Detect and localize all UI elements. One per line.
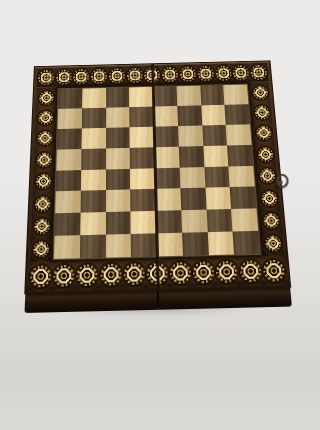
board-square-g2[interactable] xyxy=(206,209,233,232)
board-square-e3[interactable] xyxy=(155,189,181,211)
board-square-c1[interactable] xyxy=(105,234,131,258)
rosette-motif xyxy=(37,131,52,145)
rosette-motif xyxy=(33,241,49,257)
board-square-f2[interactable] xyxy=(181,210,207,233)
rosette-motif xyxy=(38,70,55,85)
board-square-f4[interactable] xyxy=(179,167,205,189)
board-face xyxy=(24,60,291,294)
board-square-f1[interactable] xyxy=(182,232,209,256)
board-square-g8[interactable] xyxy=(200,85,225,105)
board-square-b5[interactable] xyxy=(81,148,106,170)
board-square-d3[interactable] xyxy=(130,189,155,211)
board-square-a8[interactable] xyxy=(58,89,82,109)
board-square-h2[interactable] xyxy=(231,209,258,232)
board-square-e1[interactable] xyxy=(156,233,182,257)
board-square-g3[interactable] xyxy=(205,187,231,209)
board-square-a7[interactable] xyxy=(57,108,81,129)
rosette-motif xyxy=(34,196,50,211)
board-square-e7[interactable] xyxy=(153,106,178,127)
rosette-motif xyxy=(77,264,98,286)
rosette-motif xyxy=(30,265,52,287)
board-square-g6[interactable] xyxy=(202,125,227,146)
board-square-h7[interactable] xyxy=(225,104,250,125)
board-square-b2[interactable] xyxy=(80,212,106,235)
rosette-motif xyxy=(239,260,262,282)
board-square-d7[interactable] xyxy=(129,106,153,127)
board-square-a3[interactable] xyxy=(55,191,80,214)
rosette-motif xyxy=(170,261,192,283)
rosette-motif xyxy=(256,126,272,140)
board-square-e4[interactable] xyxy=(155,167,180,189)
board-square-b1[interactable] xyxy=(80,235,106,259)
board-square-b7[interactable] xyxy=(82,108,106,129)
board-square-h3[interactable] xyxy=(230,187,257,209)
board-square-c3[interactable] xyxy=(105,190,130,213)
rosette-motif xyxy=(73,69,89,84)
rosette-motif xyxy=(100,263,121,285)
board-square-g1[interactable] xyxy=(207,232,234,256)
board-square-g4[interactable] xyxy=(204,166,230,188)
board-square-d6[interactable] xyxy=(130,126,155,147)
board-square-c8[interactable] xyxy=(106,87,130,107)
rosette-motif xyxy=(252,86,267,100)
rosette-motif xyxy=(215,66,232,81)
board-square-b3[interactable] xyxy=(80,190,105,213)
rosette-motif xyxy=(36,152,51,167)
board-square-d1[interactable] xyxy=(131,233,157,257)
rosette-motif xyxy=(180,67,197,82)
board-square-g5[interactable] xyxy=(203,145,229,166)
board-square-b4[interactable] xyxy=(81,169,106,191)
board-square-c2[interactable] xyxy=(105,212,130,235)
rosette-motif xyxy=(259,168,275,183)
chess-board-box xyxy=(23,60,293,313)
rosette-motif xyxy=(216,260,238,282)
board-square-e2[interactable] xyxy=(156,210,182,233)
rosette-motif xyxy=(38,111,53,125)
rosette-motif xyxy=(33,218,49,234)
board-square-d4[interactable] xyxy=(130,168,155,190)
board-square-h5[interactable] xyxy=(227,145,253,166)
board-square-d8[interactable] xyxy=(129,87,153,107)
board-square-a6[interactable] xyxy=(57,128,82,149)
board-square-c7[interactable] xyxy=(106,107,130,128)
board-square-c4[interactable] xyxy=(105,168,130,190)
rosette-motif xyxy=(254,106,270,120)
rosette-motif xyxy=(127,68,143,83)
board-square-c5[interactable] xyxy=(106,147,131,169)
board-square-h1[interactable] xyxy=(233,231,260,255)
rosette-motif xyxy=(193,261,215,283)
latch-stem xyxy=(278,181,282,184)
rosette-motif xyxy=(262,213,279,229)
board-square-f6[interactable] xyxy=(178,125,203,146)
board-square-f7[interactable] xyxy=(177,105,202,126)
board-square-h6[interactable] xyxy=(226,124,252,145)
rosette-motif xyxy=(56,70,72,85)
rosette-motif xyxy=(39,91,54,105)
board-square-e6[interactable] xyxy=(154,126,179,147)
rosette-motif xyxy=(233,65,250,80)
rosette-motif xyxy=(53,264,74,286)
fold-seam-side xyxy=(157,291,159,305)
board-square-e8[interactable] xyxy=(153,86,177,106)
rosette-motif xyxy=(162,67,179,82)
rosette-motif xyxy=(261,190,277,205)
rosette-motif xyxy=(109,68,125,83)
board-square-f8[interactable] xyxy=(176,86,201,106)
board-square-a4[interactable] xyxy=(56,170,81,192)
rosette-motif xyxy=(262,259,285,281)
board-square-a1[interactable] xyxy=(54,235,80,259)
board-square-g7[interactable] xyxy=(201,105,226,126)
rosette-motif xyxy=(91,69,107,84)
board-square-d5[interactable] xyxy=(130,147,155,169)
rosette-motif xyxy=(197,66,214,81)
rosette-motif xyxy=(257,147,273,162)
rosette-motif xyxy=(264,236,281,252)
rosette-motif xyxy=(123,263,144,285)
rosette-motif xyxy=(35,174,51,189)
board-square-h8[interactable] xyxy=(223,85,248,105)
board-square-d2[interactable] xyxy=(131,211,157,234)
rosette-motif xyxy=(250,65,267,80)
board-square-c6[interactable] xyxy=(106,127,130,148)
board-square-e5[interactable] xyxy=(154,146,179,168)
board-square-f5[interactable] xyxy=(179,146,204,167)
board-square-b6[interactable] xyxy=(81,128,105,149)
board-square-b8[interactable] xyxy=(82,88,106,108)
board-square-h4[interactable] xyxy=(229,165,255,187)
board-square-f3[interactable] xyxy=(180,188,206,210)
board-square-a2[interactable] xyxy=(54,213,80,236)
board-square-a5[interactable] xyxy=(56,149,81,171)
